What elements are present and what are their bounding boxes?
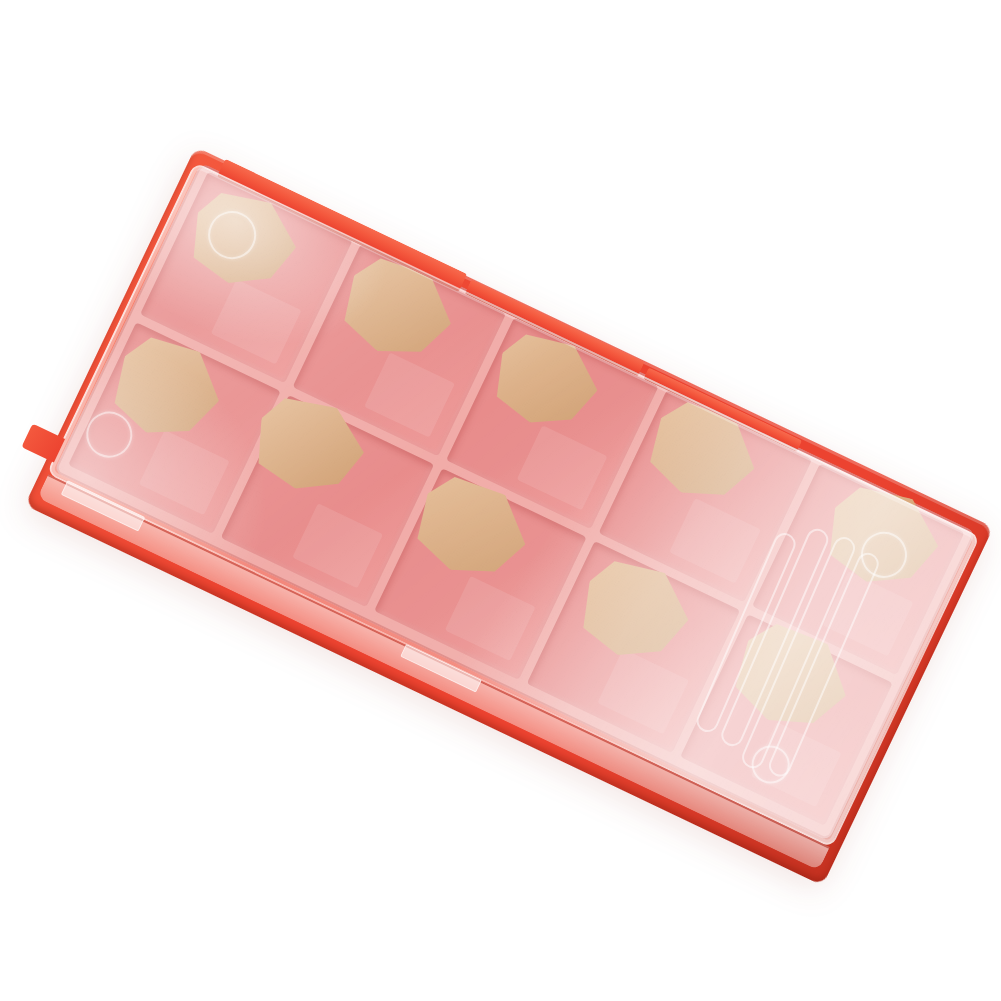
product-photo [0,0,1001,1001]
latch-layer [46,162,980,848]
insert-box [46,162,980,848]
hinge-side-tab [21,424,65,463]
